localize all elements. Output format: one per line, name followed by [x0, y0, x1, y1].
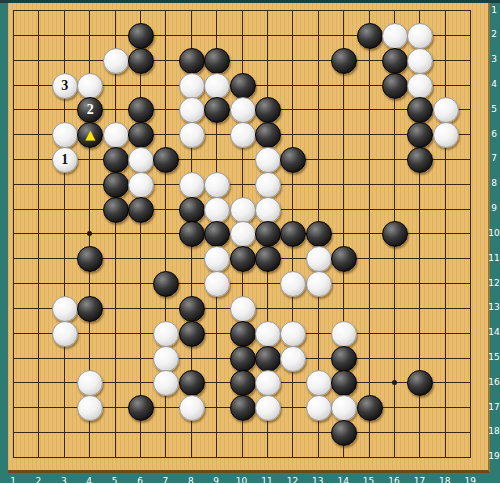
row-label: 19 [488, 452, 500, 461]
black-stone [280, 147, 306, 173]
white-stone [77, 370, 103, 396]
white-stone [280, 346, 306, 372]
white-stone [77, 395, 103, 421]
row-label: 7 [488, 154, 500, 163]
black-stone [230, 73, 256, 99]
row-label: 16 [488, 378, 500, 387]
black-stone [331, 370, 357, 396]
white-stone [331, 395, 357, 421]
white-stone [179, 122, 205, 148]
black-stone [77, 246, 103, 272]
row-label: 4 [488, 80, 500, 89]
black-stone [407, 122, 433, 148]
black-stone [103, 172, 129, 198]
black-stone [382, 48, 408, 74]
row-label: 10 [488, 229, 500, 238]
black-stone [128, 122, 154, 148]
white-stone [306, 395, 332, 421]
grid-line-vertical [369, 10, 370, 458]
row-label: 18 [488, 427, 500, 436]
black-stone [153, 147, 179, 173]
star-point [392, 380, 397, 385]
white-stone [407, 23, 433, 49]
column-label: 7 [158, 477, 172, 483]
white-stone [306, 271, 332, 297]
row-label: 5 [488, 105, 500, 114]
black-stone [103, 147, 129, 173]
black-stone [153, 271, 179, 297]
black-stone [280, 221, 306, 247]
black-stone [128, 48, 154, 74]
black-stone [331, 48, 357, 74]
column-label: 10 [235, 477, 249, 483]
black-stone [230, 246, 256, 272]
black-stone [204, 48, 230, 74]
black-stone [357, 395, 383, 421]
row-label: 9 [488, 204, 500, 213]
row-label: 15 [488, 353, 500, 362]
white-stone [230, 296, 256, 322]
column-label: 18 [438, 477, 452, 483]
white-stone [204, 271, 230, 297]
black-stone [128, 23, 154, 49]
black-stone [179, 221, 205, 247]
row-label: 13 [488, 303, 500, 312]
white-stone [382, 23, 408, 49]
white-stone [433, 122, 459, 148]
white-stone [255, 147, 281, 173]
column-label: 1 [6, 477, 20, 483]
row-label: 6 [488, 130, 500, 139]
black-stone [306, 221, 332, 247]
move-number-label: 2 [87, 103, 94, 117]
row-label: 11 [488, 254, 500, 263]
column-label: 5 [108, 477, 122, 483]
white-stone [179, 73, 205, 99]
column-label: 15 [362, 477, 376, 483]
white-stone [407, 48, 433, 74]
white-stone [204, 197, 230, 223]
black-stone [230, 346, 256, 372]
column-label: 16 [387, 477, 401, 483]
row-label: 12 [488, 279, 500, 288]
white-stone [204, 172, 230, 198]
row-label: 14 [488, 328, 500, 337]
grid-line-vertical [445, 10, 446, 458]
white-stone [128, 172, 154, 198]
black-stone [230, 321, 256, 347]
column-label: 11 [260, 477, 274, 483]
black-stone [331, 420, 357, 446]
white-stone [306, 370, 332, 396]
black-stone [357, 23, 383, 49]
black-stone [331, 346, 357, 372]
row-label: 8 [488, 179, 500, 188]
row-label: 17 [488, 403, 500, 412]
column-label: 14 [336, 477, 350, 483]
white-stone: 3 [52, 73, 78, 99]
white-stone [407, 73, 433, 99]
black-stone [230, 370, 256, 396]
column-label: 13 [311, 477, 325, 483]
white-stone [179, 395, 205, 421]
black-stone [128, 97, 154, 123]
white-stone [204, 246, 230, 272]
black-stone [382, 221, 408, 247]
black-stone [255, 97, 281, 123]
column-label: 19 [463, 477, 477, 483]
white-stone [331, 321, 357, 347]
row-label: 1 [488, 6, 500, 15]
white-stone [306, 246, 332, 272]
white-stone [103, 122, 129, 148]
grid-line-horizontal [13, 283, 471, 284]
white-stone [255, 395, 281, 421]
black-stone [255, 221, 281, 247]
black-stone [331, 246, 357, 272]
row-label: 2 [488, 30, 500, 39]
white-stone [128, 147, 154, 173]
white-stone [179, 172, 205, 198]
white-stone [280, 321, 306, 347]
white-stone [204, 73, 230, 99]
white-stone: 1 [52, 147, 78, 173]
column-label: 8 [184, 477, 198, 483]
black-stone [407, 97, 433, 123]
black-stone [179, 197, 205, 223]
white-stone [77, 73, 103, 99]
black-stone: 2 [77, 97, 103, 123]
black-stone [407, 370, 433, 396]
black-stone [128, 395, 154, 421]
white-stone [153, 370, 179, 396]
goban[interactable]: 32▲1 [8, 3, 490, 473]
white-stone [255, 321, 281, 347]
column-label: 3 [57, 477, 71, 483]
white-stone [255, 172, 281, 198]
black-stone [204, 97, 230, 123]
black-stone [179, 296, 205, 322]
black-stone [204, 221, 230, 247]
white-stone [179, 97, 205, 123]
white-stone [433, 97, 459, 123]
white-stone [52, 321, 78, 347]
go-board-viewer: 32▲1 12345678910111213141516171819123456… [0, 0, 500, 483]
black-stone [128, 197, 154, 223]
black-stone [179, 370, 205, 396]
white-stone [230, 197, 256, 223]
column-label: 17 [412, 477, 426, 483]
row-label: 3 [488, 55, 500, 64]
white-stone [52, 122, 78, 148]
black-stone [382, 73, 408, 99]
column-label: 6 [133, 477, 147, 483]
black-stone: ▲ [77, 122, 103, 148]
black-stone [407, 147, 433, 173]
column-label: 2 [31, 477, 45, 483]
move-number-label: 1 [61, 153, 68, 167]
white-stone [230, 122, 256, 148]
column-label: 9 [209, 477, 223, 483]
column-label: 4 [82, 477, 96, 483]
white-stone [103, 48, 129, 74]
white-stone [255, 370, 281, 396]
white-stone [255, 197, 281, 223]
black-stone [103, 197, 129, 223]
grid-line-vertical [470, 10, 471, 458]
triangle-marker: ▲ [85, 128, 95, 141]
white-stone [52, 296, 78, 322]
black-stone [179, 321, 205, 347]
grid-line-horizontal [13, 457, 471, 458]
black-stone [255, 246, 281, 272]
black-stone [179, 48, 205, 74]
grid-line-horizontal [13, 432, 471, 433]
black-stone [255, 122, 281, 148]
white-stone [153, 321, 179, 347]
white-stone [230, 97, 256, 123]
black-stone [255, 346, 281, 372]
white-stone [280, 271, 306, 297]
black-stone [77, 296, 103, 322]
white-stone [153, 346, 179, 372]
star-point [87, 231, 92, 236]
black-stone [230, 395, 256, 421]
white-stone [230, 221, 256, 247]
move-number-label: 3 [61, 79, 68, 93]
column-label: 12 [285, 477, 299, 483]
